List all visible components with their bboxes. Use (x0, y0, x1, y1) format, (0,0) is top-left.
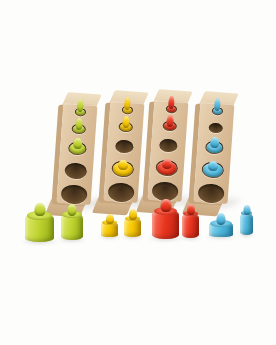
socket-1-filled (165, 105, 177, 114)
socket-4-empty (64, 162, 87, 179)
cylinder-knob (160, 199, 171, 212)
socket-hole (208, 123, 223, 134)
cylinder-body (182, 213, 199, 238)
socket-3-filled (205, 140, 224, 154)
cylinder-knob (118, 159, 129, 170)
cylinder-knob (187, 204, 195, 215)
socket-hole (198, 183, 225, 204)
socket-4-filled (155, 159, 178, 176)
socket-hole (64, 162, 87, 179)
socket-2-empty (208, 123, 223, 134)
loose-cylinder-yellow-medium-small (124, 209, 141, 237)
socket-4-filled (111, 160, 134, 177)
socket-5-empty (198, 183, 225, 204)
socket-2-filled (71, 124, 86, 135)
loose-cylinder-green-medium (61, 204, 83, 240)
loose-cylinder-red-large (152, 199, 179, 239)
socket-hole (61, 184, 88, 205)
cylinder-knob (208, 160, 219, 171)
cylinder-knob (106, 214, 114, 224)
socket-1-filled (121, 106, 133, 115)
socket-hole (115, 139, 134, 153)
socket-3-filled (68, 141, 87, 155)
cylinder-block-yellow (104, 101, 145, 203)
cylinder-knob (162, 158, 173, 169)
cylinder-block-red (148, 100, 189, 202)
product-photo-knobbed-cylinder-toy (0, 0, 276, 345)
cylinder-knob (68, 204, 77, 216)
cylinder-knob (243, 205, 250, 215)
socket-5-empty (61, 184, 88, 205)
loose-cylinder-blue-narrow-tall (240, 205, 253, 235)
socket-3-empty (115, 139, 134, 153)
socket-4-filled (201, 161, 224, 178)
cylinder-knob (34, 203, 45, 216)
loose-cylinder-red-medium (182, 204, 199, 238)
loose-cylinder-blue-wide-short (209, 213, 233, 237)
cylinder-knob (73, 138, 83, 150)
socket-1-filled (74, 108, 86, 117)
cylinder-knob (129, 209, 137, 220)
socket-hole (159, 138, 178, 152)
cylinder-knob (217, 213, 226, 225)
cylinder-body (240, 213, 253, 235)
socket-3-empty (159, 138, 178, 152)
cylinder-block-green (57, 103, 98, 205)
socket-2-filled (118, 122, 133, 133)
socket-1-filled (211, 107, 223, 116)
socket-5-empty (108, 182, 135, 203)
socket-2-filled (162, 121, 177, 132)
loose-cylinder-yellow-small (101, 214, 118, 237)
loose-cylinder-green-large (25, 203, 54, 242)
cylinder-knob (210, 137, 220, 149)
socket-hole (108, 182, 135, 203)
cylinder-block-blue (194, 102, 235, 204)
